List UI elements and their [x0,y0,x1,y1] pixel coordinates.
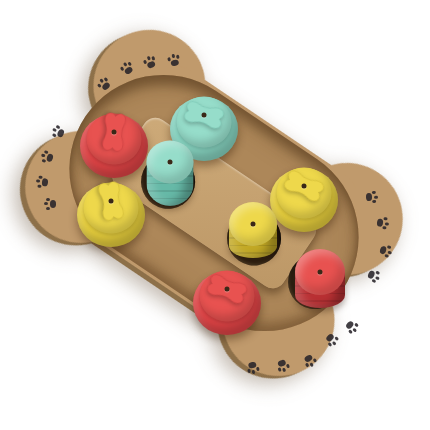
center-hole-dot [251,222,256,227]
center-hole-dot [109,199,114,204]
center-hole-dot [302,184,307,189]
paw-print-icon [43,197,57,211]
paw-print-icon [365,190,379,204]
center-hole-dot [112,130,117,135]
product-photo-scene [0,0,430,430]
center-hole-dot [225,287,230,292]
bone-puzzle-board [1,5,426,401]
center-hole-dot [168,160,173,165]
center-hole-dot [318,270,323,275]
paw-print-icon [375,215,391,231]
paw-print-icon [34,174,50,190]
center-hole-dot [202,113,207,118]
